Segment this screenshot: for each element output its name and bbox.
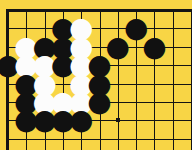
- black-stone: ●: [145, 38, 163, 56]
- go-board-screen: ●●●●●●●●●●●●●●●●●●●●●●●●●●●●: [0, 0, 192, 150]
- go-board[interactable]: ●●●●●●●●●●●●●●●●●●●●●●●●●●●●: [0, 0, 192, 150]
- go-board-grid[interactable]: ●●●●●●●●●●●●●●●●●●●●●●●●●●●●: [0, 1, 192, 148]
- black-stone: ●: [72, 111, 90, 129]
